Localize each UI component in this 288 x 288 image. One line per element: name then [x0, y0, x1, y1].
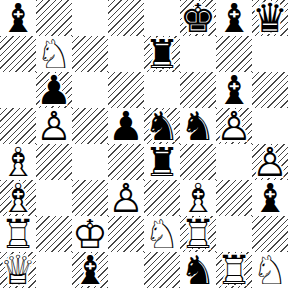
black-bishop[interactable]: ♝♝: [72, 252, 108, 288]
square-g5[interactable]: ♟♙: [216, 108, 252, 144]
square-d5[interactable]: ♟♟: [108, 108, 144, 144]
square-e1[interactable]: [144, 252, 180, 288]
square-h4[interactable]: ♟♙: [252, 144, 288, 180]
square-a6[interactable]: [0, 72, 36, 108]
square-d6[interactable]: [108, 72, 144, 108]
square-f3[interactable]: ♝♗: [180, 180, 216, 216]
white-rook-glyph: ♖: [180, 216, 216, 252]
square-d8[interactable]: [108, 0, 144, 36]
white-knight[interactable]: ♞♘: [36, 36, 72, 72]
square-c1[interactable]: ♝♝: [72, 252, 108, 288]
square-c8[interactable]: [72, 0, 108, 36]
white-queen[interactable]: ♛♕: [0, 252, 36, 288]
square-h7[interactable]: [252, 36, 288, 72]
black-queen-glyph: ♛: [252, 0, 288, 36]
square-c3[interactable]: [72, 180, 108, 216]
black-king-glyph: ♚: [180, 0, 216, 36]
white-rook-glyph: ♖: [216, 252, 252, 288]
square-h5[interactable]: [252, 108, 288, 144]
white-pawn[interactable]: ♟♙: [252, 144, 288, 180]
black-rook[interactable]: ♜♜: [144, 144, 180, 180]
black-knight[interactable]: ♞♞: [144, 108, 180, 144]
black-pawn-glyph: ♟: [36, 72, 72, 108]
black-pawn[interactable]: ♟♟: [108, 108, 144, 144]
square-e2[interactable]: ♞♘: [144, 216, 180, 252]
white-knight-glyph: ♘: [252, 252, 288, 288]
black-knight-glyph: ♞: [180, 108, 216, 144]
square-g1[interactable]: ♜♖: [216, 252, 252, 288]
white-king[interactable]: ♚♔: [72, 216, 108, 252]
black-knight[interactable]: ♞♞: [180, 252, 216, 288]
square-b4[interactable]: [36, 144, 72, 180]
square-g3[interactable]: [216, 180, 252, 216]
square-g6[interactable]: ♝♝: [216, 72, 252, 108]
square-b1[interactable]: [36, 252, 72, 288]
white-queen-glyph: ♕: [0, 252, 36, 288]
black-knight[interactable]: ♞♞: [180, 108, 216, 144]
square-e8[interactable]: [144, 0, 180, 36]
chess-board: ♝♝♚♚♝♝♛♛♞♘♜♜♟♟♝♝♟♙♟♟♞♞♞♞♟♙♝♗♜♜♟♙♝♗♟♙♝♗♝♝…: [0, 0, 288, 288]
black-bishop[interactable]: ♝♝: [0, 0, 36, 36]
white-knight[interactable]: ♞♘: [144, 216, 180, 252]
square-d3[interactable]: ♟♙: [108, 180, 144, 216]
black-king[interactable]: ♚♚: [180, 0, 216, 36]
white-knight-glyph: ♘: [36, 36, 72, 72]
black-pawn[interactable]: ♟♟: [36, 72, 72, 108]
square-a3[interactable]: ♝♗: [0, 180, 36, 216]
white-pawn-glyph: ♙: [108, 180, 144, 216]
square-f4[interactable]: [180, 144, 216, 180]
square-f5[interactable]: ♞♞: [180, 108, 216, 144]
square-a2[interactable]: ♜♖: [0, 216, 36, 252]
black-bishop-glyph: ♝: [72, 252, 108, 288]
white-rook-glyph: ♖: [0, 216, 36, 252]
white-rook[interactable]: ♜♖: [0, 216, 36, 252]
square-h3[interactable]: ♝♝: [252, 180, 288, 216]
white-bishop-glyph: ♗: [180, 180, 216, 216]
square-f1[interactable]: ♞♞: [180, 252, 216, 288]
white-pawn-glyph: ♙: [216, 108, 252, 144]
square-e7[interactable]: ♜♜: [144, 36, 180, 72]
white-rook[interactable]: ♜♖: [216, 252, 252, 288]
square-e4[interactable]: ♜♜: [144, 144, 180, 180]
square-h8[interactable]: ♛♛: [252, 0, 288, 36]
square-c4[interactable]: [72, 144, 108, 180]
square-d1[interactable]: [108, 252, 144, 288]
black-rook-glyph: ♜: [144, 36, 180, 72]
white-pawn-glyph: ♙: [36, 108, 72, 144]
square-d2[interactable]: [108, 216, 144, 252]
square-c6[interactable]: [72, 72, 108, 108]
black-bishop[interactable]: ♝♝: [216, 72, 252, 108]
white-knight-glyph: ♘: [144, 216, 180, 252]
black-knight-glyph: ♞: [144, 108, 180, 144]
white-pawn[interactable]: ♟♙: [216, 108, 252, 144]
square-h6[interactable]: [252, 72, 288, 108]
square-b3[interactable]: [36, 180, 72, 216]
square-d7[interactable]: [108, 36, 144, 72]
white-knight[interactable]: ♞♘: [252, 252, 288, 288]
square-a5[interactable]: [0, 108, 36, 144]
white-bishop[interactable]: ♝♗: [0, 144, 36, 180]
square-e3[interactable]: [144, 180, 180, 216]
black-queen[interactable]: ♛♛: [252, 0, 288, 36]
white-pawn-glyph: ♙: [252, 144, 288, 180]
black-bishop-glyph: ♝: [0, 0, 36, 36]
square-g8[interactable]: ♝♝: [216, 0, 252, 36]
white-pawn[interactable]: ♟♙: [36, 108, 72, 144]
square-e5[interactable]: ♞♞: [144, 108, 180, 144]
square-b2[interactable]: [36, 216, 72, 252]
square-b8[interactable]: [36, 0, 72, 36]
square-a7[interactable]: [0, 36, 36, 72]
square-e6[interactable]: [144, 72, 180, 108]
black-pawn-glyph: ♟: [108, 108, 144, 144]
black-bishop-glyph: ♝: [252, 180, 288, 216]
square-f7[interactable]: [180, 36, 216, 72]
black-rook[interactable]: ♜♜: [144, 36, 180, 72]
square-b5[interactable]: ♟♙: [36, 108, 72, 144]
square-b6[interactable]: ♟♟: [36, 72, 72, 108]
square-f2[interactable]: ♜♖: [180, 216, 216, 252]
white-rook[interactable]: ♜♖: [180, 216, 216, 252]
square-a4[interactable]: ♝♗: [0, 144, 36, 180]
square-c2[interactable]: ♚♔: [72, 216, 108, 252]
square-a1[interactable]: ♛♕: [0, 252, 36, 288]
square-c7[interactable]: [72, 36, 108, 72]
square-d4[interactable]: [108, 144, 144, 180]
square-a8[interactable]: ♝♝: [0, 0, 36, 36]
square-g2[interactable]: [216, 216, 252, 252]
square-h2[interactable]: [252, 216, 288, 252]
square-h1[interactable]: ♞♘: [252, 252, 288, 288]
square-g4[interactable]: [216, 144, 252, 180]
square-f6[interactable]: [180, 72, 216, 108]
square-c5[interactable]: [72, 108, 108, 144]
white-bishop-glyph: ♗: [0, 180, 36, 216]
white-king-glyph: ♔: [72, 216, 108, 252]
square-g7[interactable]: [216, 36, 252, 72]
black-bishop[interactable]: ♝♝: [216, 0, 252, 36]
square-b7[interactable]: ♞♘: [36, 36, 72, 72]
white-bishop[interactable]: ♝♗: [180, 180, 216, 216]
white-bishop[interactable]: ♝♗: [0, 180, 36, 216]
white-bishop-glyph: ♗: [0, 144, 36, 180]
black-knight-glyph: ♞: [180, 252, 216, 288]
black-bishop-glyph: ♝: [216, 72, 252, 108]
square-f8[interactable]: ♚♚: [180, 0, 216, 36]
black-rook-glyph: ♜: [144, 144, 180, 180]
white-pawn[interactable]: ♟♙: [108, 180, 144, 216]
black-bishop[interactable]: ♝♝: [252, 180, 288, 216]
black-bishop-glyph: ♝: [216, 0, 252, 36]
